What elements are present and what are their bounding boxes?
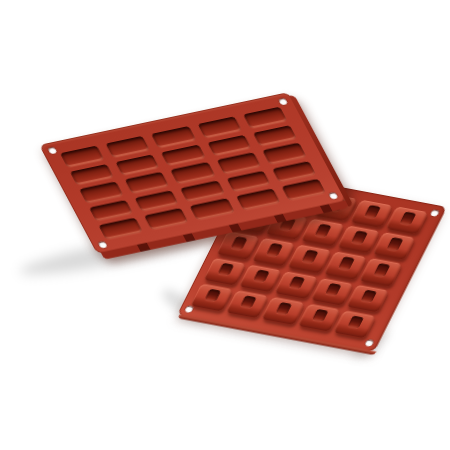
product-photo-stage: [0, 0, 450, 450]
block-slot: [347, 316, 363, 329]
block-slot: [325, 283, 341, 296]
hang-hole: [184, 305, 194, 313]
block-slot: [205, 289, 221, 302]
block-slot: [312, 309, 328, 322]
mold-cavity: [217, 153, 261, 175]
mold-block: [333, 310, 376, 338]
mold-cavity: [243, 107, 287, 129]
mold-cavity: [190, 199, 234, 221]
mold-cavity: [197, 116, 241, 138]
block-slot: [364, 205, 380, 218]
mold-block: [288, 245, 331, 273]
mold-cavity: [135, 190, 179, 212]
hang-hole: [364, 339, 374, 347]
mold-block: [190, 283, 233, 311]
block-slot: [373, 264, 389, 277]
mold-cavity: [125, 172, 169, 194]
block-slot: [400, 212, 416, 225]
mold-cavity: [60, 145, 104, 167]
mold-block: [203, 257, 246, 285]
mold-cavity: [171, 162, 215, 184]
mold-cavity: [180, 180, 224, 202]
mold-cavity: [282, 179, 326, 201]
mold-cavity: [236, 189, 280, 211]
hang-hole: [328, 192, 338, 200]
block-slot: [289, 276, 305, 289]
hang-hole: [430, 209, 440, 217]
mold-block: [346, 284, 389, 312]
mold-block: [372, 232, 415, 260]
mold-cavity: [70, 164, 114, 186]
mold-block: [226, 290, 269, 318]
block-slot: [266, 243, 282, 256]
block-slot: [276, 302, 292, 315]
mold-cavity: [262, 143, 306, 165]
mold-cavity: [99, 218, 143, 240]
mold-block: [297, 304, 340, 332]
block-slot: [240, 295, 256, 308]
block-slot: [315, 224, 331, 237]
mold-block: [323, 252, 366, 280]
block-slot: [338, 257, 354, 270]
mold-block: [252, 238, 295, 266]
mold-block: [239, 264, 282, 292]
block-slot: [351, 231, 367, 244]
mold-cavity: [115, 154, 159, 176]
block-slot: [253, 269, 269, 282]
hang-hole: [47, 147, 57, 155]
mold-cavity: [106, 136, 150, 158]
mold-block: [301, 219, 344, 247]
mold-cavity: [79, 182, 123, 204]
hang-hole: [98, 241, 108, 249]
mold-cavity: [89, 200, 133, 222]
block-slot: [302, 250, 318, 263]
block-slot: [360, 290, 376, 303]
mold-block: [336, 226, 379, 254]
block-slot: [218, 263, 234, 276]
mold-block: [275, 271, 318, 299]
block-slot: [387, 238, 403, 251]
mold-cavity: [226, 171, 270, 193]
mold-block: [350, 200, 393, 228]
mold-cavity: [253, 125, 297, 147]
hang-hole: [278, 98, 288, 106]
mold-cavity: [161, 144, 205, 166]
mold-block: [310, 278, 353, 306]
mold-block: [359, 258, 402, 286]
mold-block: [385, 206, 428, 234]
mold-cavity: [151, 126, 195, 148]
mold-cavity: [272, 161, 316, 183]
mold-block: [262, 297, 305, 325]
mold-cavity: [144, 208, 188, 230]
mold-cavity: [207, 134, 251, 156]
